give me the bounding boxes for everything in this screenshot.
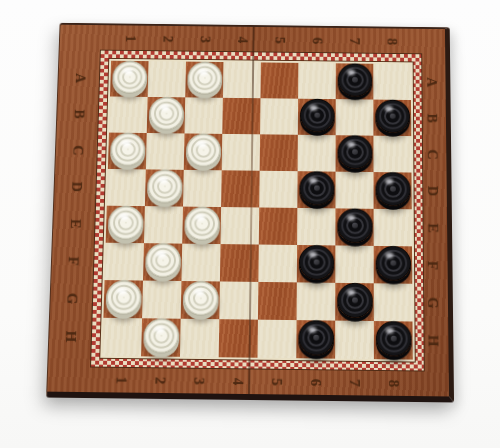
square-F8[interactable] — [374, 246, 413, 284]
square-E3[interactable] — [182, 207, 221, 245]
square-H8[interactable] — [374, 321, 413, 360]
square-B7[interactable] — [336, 99, 374, 136]
square-H7[interactable] — [335, 321, 374, 360]
black-piece-D6[interactable] — [299, 171, 334, 205]
white-piece-F2[interactable] — [145, 243, 181, 278]
square-F1[interactable] — [105, 243, 144, 281]
square-B1[interactable] — [109, 96, 148, 133]
square-E4[interactable] — [221, 207, 260, 245]
square-A8[interactable] — [373, 64, 411, 100]
coordinate-bottom-2: 2 — [140, 369, 179, 391]
square-C3[interactable] — [184, 133, 223, 170]
white-piece-D2[interactable] — [146, 169, 182, 203]
coordinate-bottom-4: 4 — [218, 370, 257, 392]
white-piece-G3[interactable] — [182, 280, 218, 315]
square-H5[interactable] — [257, 320, 296, 359]
black-piece-B6[interactable] — [299, 98, 334, 132]
square-D5[interactable] — [259, 171, 297, 208]
square-F7[interactable] — [335, 245, 373, 283]
square-E8[interactable] — [374, 209, 412, 247]
coordinate-left-F: F — [59, 242, 88, 280]
coordinate-top-5: 5 — [261, 30, 299, 50]
coordinate-bottom-7: 7 — [335, 371, 374, 393]
square-D6[interactable] — [297, 171, 335, 208]
square-A4[interactable] — [223, 62, 261, 98]
square-D3[interactable] — [183, 170, 222, 207]
square-F4[interactable] — [220, 244, 259, 282]
square-F3[interactable] — [181, 244, 220, 282]
square-G1[interactable] — [103, 280, 143, 318]
square-C1[interactable] — [108, 133, 147, 170]
square-A7[interactable] — [336, 63, 374, 99]
square-H2[interactable] — [141, 318, 181, 357]
black-piece-E7[interactable] — [337, 208, 372, 243]
square-B2[interactable] — [147, 97, 186, 134]
square-E1[interactable] — [106, 206, 145, 243]
square-C2[interactable] — [146, 133, 185, 170]
square-G6[interactable] — [297, 282, 336, 320]
square-H3[interactable] — [180, 319, 219, 358]
square-G2[interactable] — [142, 281, 181, 319]
square-D4[interactable] — [221, 170, 260, 207]
square-G3[interactable] — [181, 281, 220, 319]
square-A1[interactable] — [110, 61, 149, 97]
coordinate-right-A: A — [417, 64, 444, 100]
coordinate-right-F: F — [419, 246, 447, 284]
white-piece-B2[interactable] — [148, 96, 184, 130]
coordinate-top-8: 8 — [373, 31, 410, 51]
square-E2[interactable] — [144, 206, 183, 244]
inner-frame-line — [99, 58, 416, 363]
square-A3[interactable] — [185, 62, 223, 98]
coordinate-left-A: A — [66, 60, 94, 96]
square-C4[interactable] — [222, 134, 260, 171]
right-coordinates: ABCDEFGH — [417, 64, 447, 360]
square-G7[interactable] — [335, 283, 374, 321]
square-F5[interactable] — [258, 245, 297, 283]
square-B5[interactable] — [260, 98, 298, 135]
black-piece-F8[interactable] — [375, 245, 411, 280]
white-piece-H2[interactable] — [143, 318, 180, 354]
white-piece-G1[interactable] — [105, 279, 142, 314]
coordinate-left-H: H — [57, 317, 86, 355]
square-D8[interactable] — [374, 172, 412, 209]
square-G4[interactable] — [219, 281, 258, 319]
white-piece-C3[interactable] — [185, 133, 221, 167]
square-C7[interactable] — [336, 135, 374, 172]
coordinate-left-D: D — [62, 168, 91, 205]
board-grid — [102, 61, 412, 360]
coordinate-right-D: D — [418, 173, 446, 210]
coordinate-left-E: E — [61, 205, 90, 242]
photo-background: 12345678 12345678 ABCDEFGH ABCDEFGH — [0, 0, 500, 448]
coordinate-right-C: C — [418, 136, 446, 173]
coordinate-top-4: 4 — [224, 29, 262, 49]
square-D1[interactable] — [107, 169, 146, 206]
coordinate-bottom-3: 3 — [179, 370, 218, 392]
square-C6[interactable] — [298, 135, 336, 172]
square-B4[interactable] — [222, 98, 260, 135]
coordinate-bottom-1: 1 — [101, 369, 140, 391]
coordinate-right-H: H — [419, 322, 447, 360]
coordinate-right-E: E — [419, 209, 447, 246]
decorative-check-border — [90, 50, 425, 372]
square-H1[interactable] — [102, 318, 142, 357]
black-piece-G7[interactable] — [337, 282, 373, 317]
bottom-coordinates: 12345678 — [101, 369, 413, 394]
coordinate-left-B: B — [64, 96, 92, 132]
white-piece-C1[interactable] — [109, 132, 145, 166]
square-B6[interactable] — [298, 99, 336, 136]
square-D7[interactable] — [335, 172, 373, 209]
square-G5[interactable] — [258, 282, 297, 320]
square-E6[interactable] — [297, 208, 335, 246]
black-piece-C7[interactable] — [337, 135, 372, 169]
square-D2[interactable] — [145, 169, 184, 206]
black-piece-F6[interactable] — [298, 244, 334, 279]
coordinate-top-6: 6 — [298, 30, 335, 50]
coordinate-bottom-5: 5 — [257, 370, 296, 392]
coordinate-left-C: C — [63, 132, 91, 169]
white-piece-A3[interactable] — [187, 61, 222, 94]
black-piece-H8[interactable] — [375, 320, 411, 356]
square-C8[interactable] — [373, 136, 411, 173]
coordinate-top-1: 1 — [111, 28, 149, 48]
left-coordinates: ABCDEFGH — [57, 60, 94, 355]
coordinate-right-B: B — [418, 100, 445, 136]
square-E5[interactable] — [259, 207, 298, 245]
square-H6[interactable] — [296, 320, 335, 359]
board-wrapper: 12345678 12345678 ABCDEFGH ABCDEFGH — [46, 23, 454, 403]
square-A2[interactable] — [148, 61, 186, 97]
black-piece-H6[interactable] — [298, 319, 334, 355]
white-piece-E3[interactable] — [184, 206, 220, 241]
coordinate-left-G: G — [58, 280, 87, 318]
white-piece-A1[interactable] — [112, 60, 148, 93]
square-C5[interactable] — [260, 134, 298, 171]
coordinate-top-7: 7 — [336, 31, 373, 51]
black-piece-B8[interactable] — [375, 99, 410, 133]
coordinate-right-G: G — [419, 284, 447, 322]
square-G8[interactable] — [374, 283, 413, 321]
square-F6[interactable] — [297, 245, 336, 283]
coordinate-bottom-6: 6 — [296, 371, 335, 393]
top-coordinates: 12345678 — [111, 28, 410, 51]
square-B3[interactable] — [185, 97, 223, 134]
black-piece-A7[interactable] — [337, 63, 372, 96]
coordinate-bottom-8: 8 — [374, 372, 413, 394]
square-H4[interactable] — [219, 319, 258, 358]
checkers-board: 12345678 12345678 ABCDEFGH ABCDEFGH — [46, 23, 454, 403]
square-A6[interactable] — [298, 63, 336, 99]
square-A5[interactable] — [260, 62, 298, 98]
square-E7[interactable] — [335, 208, 373, 246]
coordinate-top-3: 3 — [186, 29, 224, 49]
black-piece-D8[interactable] — [375, 171, 410, 205]
square-F2[interactable] — [143, 243, 182, 281]
white-piece-E1[interactable] — [107, 205, 143, 240]
coordinate-top-2: 2 — [149, 28, 187, 48]
square-B8[interactable] — [373, 100, 411, 137]
